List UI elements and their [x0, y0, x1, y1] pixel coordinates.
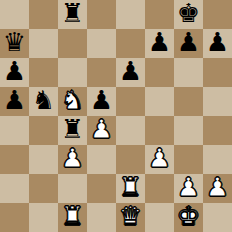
square-e5[interactable] [116, 87, 145, 116]
square-f3[interactable]: ♟ [145, 145, 174, 174]
square-b6[interactable] [29, 58, 58, 87]
square-a8[interactable] [0, 0, 29, 29]
square-f6[interactable] [145, 58, 174, 87]
square-b8[interactable] [29, 0, 58, 29]
piece-black-rook[interactable]: ♜ [61, 0, 84, 28]
piece-black-king[interactable]: ♚ [177, 0, 200, 28]
piece-black-pawn[interactable]: ♟ [177, 28, 200, 57]
square-e1[interactable]: ♛ [116, 203, 145, 232]
square-g3[interactable] [174, 145, 203, 174]
square-f7[interactable]: ♟ [145, 29, 174, 58]
piece-white-pawn[interactable]: ♟ [61, 144, 84, 173]
square-c6[interactable] [58, 58, 87, 87]
square-a6[interactable]: ♟ [0, 58, 29, 87]
square-f4[interactable] [145, 116, 174, 145]
square-h5[interactable] [203, 87, 232, 116]
piece-white-knight[interactable]: ♞ [61, 86, 84, 115]
square-a5[interactable]: ♟ [0, 87, 29, 116]
square-b7[interactable] [29, 29, 58, 58]
square-c8[interactable]: ♜ [58, 0, 87, 29]
square-a3[interactable] [0, 145, 29, 174]
square-c3[interactable]: ♟ [58, 145, 87, 174]
piece-white-rook[interactable]: ♜ [61, 202, 84, 231]
piece-black-queen[interactable]: ♛ [3, 28, 26, 57]
piece-white-pawn[interactable]: ♟ [177, 173, 200, 202]
square-d4[interactable]: ♟ [87, 116, 116, 145]
piece-black-pawn[interactable]: ♟ [206, 28, 229, 57]
square-f1[interactable] [145, 203, 174, 232]
square-h4[interactable] [203, 116, 232, 145]
square-d2[interactable] [87, 174, 116, 203]
piece-white-pawn[interactable]: ♟ [206, 173, 229, 202]
square-d6[interactable] [87, 58, 116, 87]
square-f5[interactable] [145, 87, 174, 116]
piece-black-rook[interactable]: ♜ [61, 115, 84, 144]
square-h1[interactable] [203, 203, 232, 232]
piece-white-pawn[interactable]: ♟ [148, 144, 171, 173]
square-a2[interactable] [0, 174, 29, 203]
square-f2[interactable] [145, 174, 174, 203]
piece-white-king[interactable]: ♚ [177, 202, 200, 231]
chess-board-window: ♜♚♛♟♟♟♟♟♟♞♞♟♜♟♟♟♜♟♟♜♛♚ [0, 0, 232, 232]
square-h7[interactable]: ♟ [203, 29, 232, 58]
square-g7[interactable]: ♟ [174, 29, 203, 58]
square-e7[interactable] [116, 29, 145, 58]
square-h2[interactable]: ♟ [203, 174, 232, 203]
square-g1[interactable]: ♚ [174, 203, 203, 232]
square-g6[interactable] [174, 58, 203, 87]
square-d7[interactable] [87, 29, 116, 58]
piece-black-pawn[interactable]: ♟ [3, 57, 26, 86]
square-f8[interactable] [145, 0, 174, 29]
piece-black-pawn[interactable]: ♟ [119, 57, 142, 86]
square-c7[interactable] [58, 29, 87, 58]
square-b4[interactable] [29, 116, 58, 145]
square-c2[interactable] [58, 174, 87, 203]
square-h6[interactable] [203, 58, 232, 87]
square-c1[interactable]: ♜ [58, 203, 87, 232]
square-g5[interactable] [174, 87, 203, 116]
chess-board: ♜♚♛♟♟♟♟♟♟♞♞♟♜♟♟♟♜♟♟♜♛♚ [0, 0, 232, 232]
piece-white-pawn[interactable]: ♟ [90, 115, 113, 144]
square-c5[interactable]: ♞ [58, 87, 87, 116]
square-a7[interactable]: ♛ [0, 29, 29, 58]
square-d3[interactable] [87, 145, 116, 174]
square-a1[interactable] [0, 203, 29, 232]
square-h8[interactable] [203, 0, 232, 29]
square-e2[interactable]: ♜ [116, 174, 145, 203]
square-d8[interactable] [87, 0, 116, 29]
piece-white-queen[interactable]: ♛ [119, 202, 142, 231]
piece-black-pawn[interactable]: ♟ [148, 28, 171, 57]
piece-black-pawn[interactable]: ♟ [90, 86, 113, 115]
square-g2[interactable]: ♟ [174, 174, 203, 203]
square-a4[interactable] [0, 116, 29, 145]
piece-black-pawn[interactable]: ♟ [3, 86, 26, 115]
square-e4[interactable] [116, 116, 145, 145]
square-e6[interactable]: ♟ [116, 58, 145, 87]
square-e8[interactable] [116, 0, 145, 29]
square-b2[interactable] [29, 174, 58, 203]
square-b5[interactable]: ♞ [29, 87, 58, 116]
square-d5[interactable]: ♟ [87, 87, 116, 116]
square-e3[interactable] [116, 145, 145, 174]
piece-black-knight[interactable]: ♞ [32, 86, 55, 115]
piece-white-rook[interactable]: ♜ [119, 173, 142, 202]
square-b1[interactable] [29, 203, 58, 232]
square-h3[interactable] [203, 145, 232, 174]
square-c4[interactable]: ♜ [58, 116, 87, 145]
square-d1[interactable] [87, 203, 116, 232]
square-b3[interactable] [29, 145, 58, 174]
square-g4[interactable] [174, 116, 203, 145]
square-g8[interactable]: ♚ [174, 0, 203, 29]
